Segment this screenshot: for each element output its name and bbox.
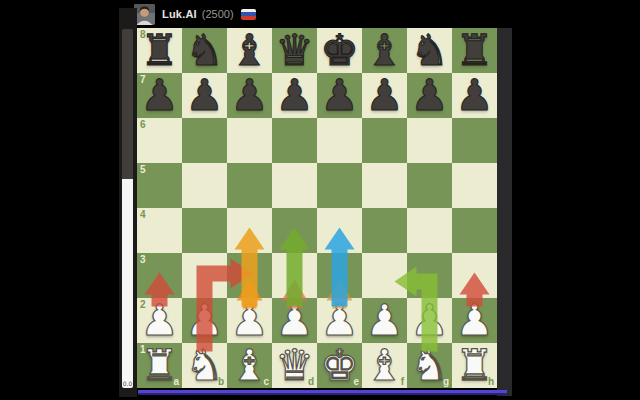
piece-white-pawn-e2[interactable]: ♟: [317, 298, 362, 343]
square-b7[interactable]: ♟: [182, 73, 227, 118]
square-e7[interactable]: ♟: [317, 73, 362, 118]
square-c3[interactable]: [227, 253, 272, 298]
square-c6[interactable]: [227, 118, 272, 163]
chess-board[interactable]: 8♜♞♝♛♚♝♞♜7♟♟♟♟♟♟♟♟65432♟♟♟♟♟♟♟♟1a♜b♞c♝d♛…: [137, 28, 497, 388]
square-a7[interactable]: 7♟: [137, 73, 182, 118]
piece-white-bishop-c1[interactable]: ♝: [227, 343, 272, 388]
piece-white-pawn-d2[interactable]: ♟: [272, 298, 317, 343]
square-d7[interactable]: ♟: [272, 73, 317, 118]
piece-black-bishop-c8[interactable]: ♝: [227, 28, 272, 73]
piece-white-pawn-g2[interactable]: ♟: [407, 298, 452, 343]
square-f6[interactable]: [362, 118, 407, 163]
square-a4[interactable]: 4: [137, 208, 182, 253]
square-b6[interactable]: [182, 118, 227, 163]
square-e8[interactable]: ♚: [317, 28, 362, 73]
square-c1[interactable]: c♝: [227, 343, 272, 388]
player-name[interactable]: Luk.AI: [162, 8, 197, 20]
square-h1[interactable]: h♜: [452, 343, 497, 388]
square-b3[interactable]: [182, 253, 227, 298]
square-a2[interactable]: 2♟: [137, 298, 182, 343]
flag-stripe-red: [241, 16, 256, 20]
square-c4[interactable]: [227, 208, 272, 253]
piece-black-rook-h8[interactable]: ♜: [452, 28, 497, 73]
piece-white-rook-a1[interactable]: ♜: [137, 343, 182, 388]
right-gutter: [497, 28, 512, 396]
square-c5[interactable]: [227, 163, 272, 208]
piece-white-pawn-c2[interactable]: ♟: [227, 298, 272, 343]
square-f7[interactable]: ♟: [362, 73, 407, 118]
evaluation-score: 0.0: [122, 380, 133, 387]
square-e3[interactable]: [317, 253, 362, 298]
square-d3[interactable]: [272, 253, 317, 298]
square-f3[interactable]: [362, 253, 407, 298]
piece-black-bishop-f8[interactable]: ♝: [362, 28, 407, 73]
square-h6[interactable]: [452, 118, 497, 163]
square-d4[interactable]: [272, 208, 317, 253]
square-b1[interactable]: b♞: [182, 343, 227, 388]
piece-black-pawn-c7[interactable]: ♟: [227, 73, 272, 118]
square-d8[interactable]: ♛: [272, 28, 317, 73]
piece-white-pawn-h2[interactable]: ♟: [452, 298, 497, 343]
piece-black-pawn-a7[interactable]: ♟: [137, 73, 182, 118]
square-e6[interactable]: [317, 118, 362, 163]
progress-line-shadow: [138, 393, 507, 395]
square-d2[interactable]: ♟: [272, 298, 317, 343]
square-f8[interactable]: ♝: [362, 28, 407, 73]
piece-black-pawn-g7[interactable]: ♟: [407, 73, 452, 118]
piece-white-bishop-f1[interactable]: ♝: [362, 343, 407, 388]
piece-black-pawn-h7[interactable]: ♟: [452, 73, 497, 118]
square-a6[interactable]: 6: [137, 118, 182, 163]
square-b4[interactable]: [182, 208, 227, 253]
square-h7[interactable]: ♟: [452, 73, 497, 118]
square-b5[interactable]: [182, 163, 227, 208]
square-g5[interactable]: [407, 163, 452, 208]
square-e2[interactable]: ♟: [317, 298, 362, 343]
square-g4[interactable]: [407, 208, 452, 253]
square-g3[interactable]: [407, 253, 452, 298]
square-d5[interactable]: [272, 163, 317, 208]
square-a8[interactable]: 8♜: [137, 28, 182, 73]
piece-black-pawn-f7[interactable]: ♟: [362, 73, 407, 118]
coord-rank-3: 3: [140, 255, 146, 265]
player-rating: (2500): [202, 8, 234, 20]
square-d1[interactable]: d♛: [272, 343, 317, 388]
square-f4[interactable]: [362, 208, 407, 253]
square-a1[interactable]: 1a♜: [137, 343, 182, 388]
square-g7[interactable]: ♟: [407, 73, 452, 118]
piece-white-king-e1[interactable]: ♚: [317, 343, 362, 388]
player-avatar[interactable]: [134, 4, 155, 25]
square-b2[interactable]: ♟: [182, 298, 227, 343]
square-g1[interactable]: g♞: [407, 343, 452, 388]
square-h5[interactable]: [452, 163, 497, 208]
square-h4[interactable]: [452, 208, 497, 253]
piece-black-pawn-e7[interactable]: ♟: [317, 73, 362, 118]
square-e1[interactable]: e♚: [317, 343, 362, 388]
piece-black-pawn-b7[interactable]: ♟: [182, 73, 227, 118]
square-e5[interactable]: [317, 163, 362, 208]
piece-black-knight-b8[interactable]: ♞: [182, 28, 227, 73]
piece-white-queen-d1[interactable]: ♛: [272, 343, 317, 388]
piece-white-pawn-f2[interactable]: ♟: [362, 298, 407, 343]
player-bar: Luk.AI (2500): [134, 2, 256, 26]
evaluation-bar-white: 0.0: [122, 179, 133, 388]
app-background: Luk.AI (2500) 0.0 8♜♞♝♛♚♝♞♜7♟♟♟♟♟♟♟♟6543…: [0, 0, 640, 400]
square-f5[interactable]: [362, 163, 407, 208]
coord-rank-4: 4: [140, 210, 146, 220]
square-f2[interactable]: ♟: [362, 298, 407, 343]
square-h2[interactable]: ♟: [452, 298, 497, 343]
piece-white-pawn-a2[interactable]: ♟: [137, 298, 182, 343]
player-flag-icon: [241, 9, 256, 20]
piece-black-queen-d8[interactable]: ♛: [272, 28, 317, 73]
coord-rank-6: 6: [140, 120, 146, 130]
piece-black-king-e8[interactable]: ♚: [317, 28, 362, 73]
square-c2[interactable]: ♟: [227, 298, 272, 343]
piece-black-rook-a8[interactable]: ♜: [137, 28, 182, 73]
square-c8[interactable]: ♝: [227, 28, 272, 73]
square-c7[interactable]: ♟: [227, 73, 272, 118]
piece-white-pawn-b2[interactable]: ♟: [182, 298, 227, 343]
square-d6[interactable]: [272, 118, 317, 163]
piece-white-knight-g1[interactable]: ♞: [407, 343, 452, 388]
square-g8[interactable]: ♞: [407, 28, 452, 73]
piece-white-knight-b1[interactable]: ♞: [182, 343, 227, 388]
square-f1[interactable]: f♝: [362, 343, 407, 388]
square-e4[interactable]: [317, 208, 362, 253]
evaluation-bar-black: [122, 29, 133, 179]
square-h3[interactable]: [452, 253, 497, 298]
piece-black-pawn-d7[interactable]: ♟: [272, 73, 317, 118]
avatar-photo-icon: [134, 4, 155, 25]
evaluation-bar: 0.0: [122, 29, 133, 388]
piece-white-rook-h1[interactable]: ♜: [452, 343, 497, 388]
square-b8[interactable]: ♞: [182, 28, 227, 73]
square-g6[interactable]: [407, 118, 452, 163]
square-a5[interactable]: 5: [137, 163, 182, 208]
square-g2[interactable]: ♟: [407, 298, 452, 343]
square-h8[interactable]: ♜: [452, 28, 497, 73]
square-a3[interactable]: 3: [137, 253, 182, 298]
coord-rank-5: 5: [140, 165, 146, 175]
piece-black-knight-g8[interactable]: ♞: [407, 28, 452, 73]
